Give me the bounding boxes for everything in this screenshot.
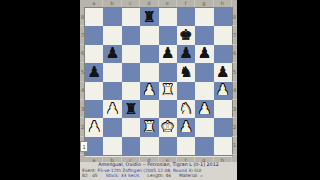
square-h6 — [214, 45, 232, 63]
file-label-top-c: c — [122, 0, 140, 8]
square-b7 — [103, 26, 121, 44]
square-d3 — [140, 100, 158, 118]
square-f5: ♞ — [177, 63, 195, 81]
white-pawn-b3: ♟ — [106, 101, 119, 116]
square-f3: ♞ — [177, 100, 195, 118]
white-rook-e4: ♜ — [161, 83, 174, 98]
white-pawn-f2: ♟ — [179, 119, 192, 134]
game-caption: Amengual, Ovidio -- Petrosian, Tigran L … — [80, 162, 237, 180]
chess-board: ♜♚♟♟♟♟♟♞♟♟♜♟♟♜♞♟♟♜♚♟ — [85, 8, 232, 155]
black-pawn-a5: ♟ — [87, 64, 100, 79]
square-b5 — [103, 63, 121, 81]
square-e7 — [159, 26, 177, 44]
file-label-top-a: a — [85, 0, 103, 8]
white-king-e2: ♚ — [161, 119, 174, 134]
square-e2: ♚ — [159, 118, 177, 136]
white-pawn-h4: ♟ — [216, 83, 229, 98]
square-d6 — [140, 45, 158, 63]
square-c7 — [122, 26, 140, 44]
square-f7: ♚ — [177, 26, 195, 44]
stat-eco: B2 : d5 — [82, 173, 98, 178]
file-label-top-e: e — [159, 0, 177, 8]
square-d5 — [140, 63, 158, 81]
file-label-top-g: g — [195, 0, 213, 8]
square-h5: ♟ — [214, 63, 232, 81]
square-b3: ♟ — [103, 100, 121, 118]
square-e1 — [159, 137, 177, 155]
stat-clock: Stock: 33 Sec/s — [106, 173, 140, 178]
black-pawn-f6: ♟ — [179, 46, 192, 61]
black-pawn-g6: ♟ — [198, 46, 211, 61]
file-labels-top: abcdefgh — [85, 0, 232, 8]
rank-label-right-6: 6 — [232, 45, 237, 63]
white-rook-d2: ♜ — [143, 119, 156, 134]
square-g5 — [195, 63, 213, 81]
rank-label-right-8: 8 — [232, 8, 237, 26]
black-pawn-e6: ♟ — [161, 46, 174, 61]
black-rook-c3: ♜ — [124, 101, 137, 116]
square-e4: ♜ — [159, 82, 177, 100]
file-label-top-f: f — [177, 0, 195, 8]
square-c6 — [122, 45, 140, 63]
square-g7 — [195, 26, 213, 44]
square-g3: ♟ — [195, 100, 213, 118]
square-d8: ♜ — [140, 8, 158, 26]
square-h8 — [214, 8, 232, 26]
square-d2: ♜ — [140, 118, 158, 136]
square-c5 — [122, 63, 140, 81]
square-e3 — [159, 100, 177, 118]
square-a4 — [85, 82, 103, 100]
square-e6: ♟ — [159, 45, 177, 63]
caption-stats: B2 : d5 Stock: 33 Sec/s Length: 46 Mater… — [80, 173, 237, 178]
file-label-top-b: b — [103, 0, 121, 8]
square-f8 — [177, 8, 195, 26]
square-f6: ♟ — [177, 45, 195, 63]
square-g6: ♟ — [195, 45, 213, 63]
square-d4: ♟ — [140, 82, 158, 100]
square-g8 — [195, 8, 213, 26]
white-knight-f3: ♞ — [179, 101, 192, 116]
square-a3 — [85, 100, 103, 118]
square-h2 — [214, 118, 232, 136]
black-rook-d8: ♜ — [143, 9, 156, 24]
square-b2 — [103, 118, 121, 136]
file-label-top-h: h — [214, 0, 232, 8]
square-f4 — [177, 82, 195, 100]
white-pawn-g3: ♟ — [198, 101, 211, 116]
square-b1 — [103, 137, 121, 155]
square-h4: ♟ — [214, 82, 232, 100]
rank-label-right-3: 3 — [232, 100, 237, 118]
black-king-f7: ♚ — [179, 28, 192, 43]
square-b6: ♟ — [103, 45, 121, 63]
square-g1 — [195, 137, 213, 155]
stat-length: Length: 46 — [147, 173, 171, 178]
file-label-top-d: d — [140, 0, 158, 8]
square-e8 — [159, 8, 177, 26]
black-pawn-h5: ♟ — [216, 64, 229, 79]
rank-label-right-4: 4 — [232, 82, 237, 100]
chess-diagram-panel: abcdefgh 87654321 ♜♚♟♟♟♟♟♞♟♟♜♟♟♜♞♟♟♜♚♟ 8… — [80, 0, 237, 180]
stat-material: Material: = — [179, 173, 203, 178]
square-g4 — [195, 82, 213, 100]
white-pawn-a2: ♟ — [87, 119, 100, 134]
square-a6 — [85, 45, 103, 63]
rank-labels-right: 87654321 — [232, 8, 237, 155]
square-e5 — [159, 63, 177, 81]
square-c2 — [122, 118, 140, 136]
square-a2: ♟ — [85, 118, 103, 136]
square-h7 — [214, 26, 232, 44]
square-f1 — [177, 137, 195, 155]
selected-rank-cell: 1 — [80, 141, 88, 152]
square-c4 — [122, 82, 140, 100]
square-f2: ♟ — [177, 118, 195, 136]
square-h1 — [214, 137, 232, 155]
square-d7 — [140, 26, 158, 44]
square-a8 — [85, 8, 103, 26]
rank-label-right-2: 2 — [232, 118, 237, 136]
square-b4 — [103, 82, 121, 100]
square-b8 — [103, 8, 121, 26]
black-knight-f5: ♞ — [179, 64, 192, 79]
white-pawn-d4: ♟ — [143, 83, 156, 98]
square-c3: ♜ — [122, 100, 140, 118]
square-c1 — [122, 137, 140, 155]
square-a5: ♟ — [85, 63, 103, 81]
rank-label-right-5: 5 — [232, 63, 237, 81]
black-pawn-b6: ♟ — [106, 46, 119, 61]
rank-label-right-1: 1 — [232, 137, 237, 155]
square-d1 — [140, 137, 158, 155]
square-c8 — [122, 8, 140, 26]
square-g2 — [195, 118, 213, 136]
square-a7 — [85, 26, 103, 44]
square-h3 — [214, 100, 232, 118]
rank-label-right-7: 7 — [232, 26, 237, 44]
